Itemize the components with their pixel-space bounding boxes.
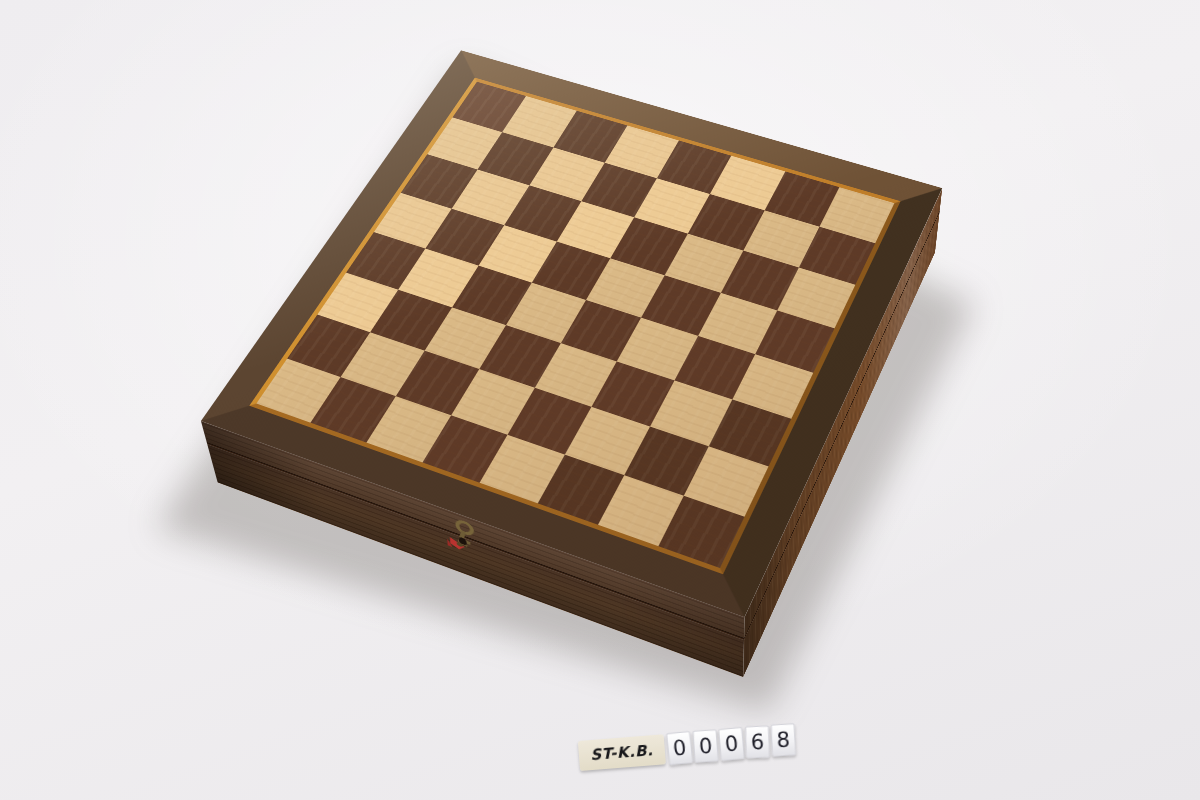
board-top bbox=[201, 50, 942, 617]
board-square bbox=[535, 343, 617, 407]
label-prefix-bead: ST-K.B. bbox=[578, 734, 666, 771]
board-square bbox=[422, 415, 507, 483]
board-square bbox=[732, 354, 813, 419]
board-square bbox=[565, 407, 649, 474]
board-square bbox=[617, 318, 698, 381]
board-square bbox=[508, 388, 592, 454]
label-digit-cube: 0 bbox=[718, 727, 745, 761]
chessboard-box bbox=[201, 50, 942, 617]
label-digit-cube: 0 bbox=[666, 731, 693, 766]
board-square bbox=[451, 369, 535, 434]
board-square bbox=[366, 396, 451, 463]
board-square bbox=[708, 400, 791, 467]
board-square bbox=[658, 495, 744, 568]
photo-background: ST-K.B. 00068 bbox=[0, 0, 1200, 800]
board-square bbox=[311, 377, 396, 442]
scene bbox=[0, 0, 1200, 800]
board-square bbox=[395, 351, 478, 415]
board-square bbox=[591, 362, 673, 427]
board-square bbox=[684, 447, 769, 517]
board-square bbox=[755, 310, 835, 373]
label-digit-cube: 0 bbox=[693, 729, 719, 762]
scene-tilt bbox=[0, 0, 1200, 800]
board-square bbox=[538, 455, 624, 525]
board-square bbox=[287, 315, 370, 377]
board-square bbox=[698, 293, 777, 355]
board-square bbox=[479, 325, 561, 388]
label-digit-cube: 8 bbox=[771, 723, 796, 756]
board-square bbox=[561, 300, 642, 362]
board-square bbox=[624, 427, 708, 496]
board-square bbox=[649, 380, 732, 446]
board-square bbox=[341, 333, 424, 396]
board-square bbox=[597, 475, 683, 546]
board-square bbox=[256, 358, 341, 422]
board-square bbox=[480, 435, 566, 504]
board-frame bbox=[201, 50, 942, 617]
board-square bbox=[674, 336, 755, 400]
board-square bbox=[424, 307, 506, 369]
label-digit-cube: 6 bbox=[745, 726, 770, 759]
